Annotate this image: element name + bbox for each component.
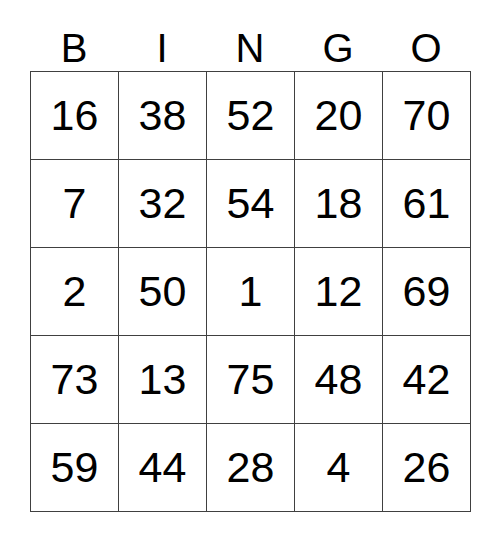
bingo-cell-r1c4[interactable]: 20 — [295, 72, 382, 159]
header-letter-G: G — [294, 28, 382, 71]
bingo-cell-r5c3[interactable]: 28 — [207, 424, 294, 511]
bingo-cell-r5c5[interactable]: 26 — [383, 424, 470, 511]
bingo-cell-r2c5[interactable]: 61 — [383, 160, 470, 247]
bingo-grid: 1638522070732541861250112697313754842594… — [30, 71, 471, 512]
bingo-cell-r3c1[interactable]: 2 — [31, 248, 118, 335]
bingo-cell-r1c2[interactable]: 38 — [119, 72, 206, 159]
bingo-cell-r3c2[interactable]: 50 — [119, 248, 206, 335]
bingo-cell-r2c2[interactable]: 32 — [119, 160, 206, 247]
bingo-cell-r4c1[interactable]: 73 — [31, 336, 118, 423]
bingo-cell-r3c4[interactable]: 12 — [295, 248, 382, 335]
bingo-cell-r1c3[interactable]: 52 — [207, 72, 294, 159]
bingo-cell-r1c5[interactable]: 70 — [383, 72, 470, 159]
bingo-header: BINGO — [30, 0, 470, 71]
header-letter-O: O — [382, 28, 470, 71]
bingo-cell-r4c4[interactable]: 48 — [295, 336, 382, 423]
bingo-cell-r2c3[interactable]: 54 — [207, 160, 294, 247]
bingo-cell-r3c3[interactable]: 1 — [207, 248, 294, 335]
header-letter-B: B — [30, 28, 118, 71]
bingo-cell-r5c2[interactable]: 44 — [119, 424, 206, 511]
bingo-cell-r3c5[interactable]: 69 — [383, 248, 470, 335]
bingo-card: BINGO 1638522070732541861250112697313754… — [30, 0, 471, 512]
bingo-cell-r4c5[interactable]: 42 — [383, 336, 470, 423]
header-letter-I: I — [118, 28, 206, 71]
bingo-cell-r5c4[interactable]: 4 — [295, 424, 382, 511]
bingo-cell-r1c1[interactable]: 16 — [31, 72, 118, 159]
bingo-cell-r5c1[interactable]: 59 — [31, 424, 118, 511]
bingo-cell-r2c4[interactable]: 18 — [295, 160, 382, 247]
bingo-cell-r2c1[interactable]: 7 — [31, 160, 118, 247]
header-letter-N: N — [206, 28, 294, 71]
bingo-cell-r4c3[interactable]: 75 — [207, 336, 294, 423]
bingo-cell-r4c2[interactable]: 13 — [119, 336, 206, 423]
